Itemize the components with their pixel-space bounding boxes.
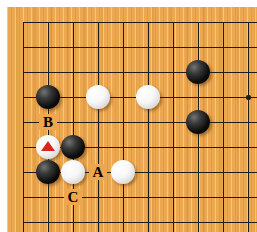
triangle-marker-icon [41, 141, 55, 151]
black-stone [61, 135, 85, 159]
black-stone [186, 110, 210, 134]
star-point [246, 95, 251, 100]
goban[interactable]: BAC [7, 7, 257, 232]
black-stone [36, 85, 60, 109]
point-label-c[interactable]: C [64, 189, 82, 205]
white-stone [61, 160, 85, 184]
black-stone [36, 160, 60, 184]
black-stone [186, 60, 210, 84]
stones-overlay: BAC [7, 7, 257, 232]
white-stone [136, 85, 160, 109]
white-stone [36, 135, 60, 159]
point-label-a[interactable]: A [89, 164, 107, 180]
white-stone [86, 85, 110, 109]
point-label-b[interactable]: B [39, 114, 57, 130]
white-stone [111, 160, 135, 184]
go-board-diagram: BAC [0, 0, 257, 232]
